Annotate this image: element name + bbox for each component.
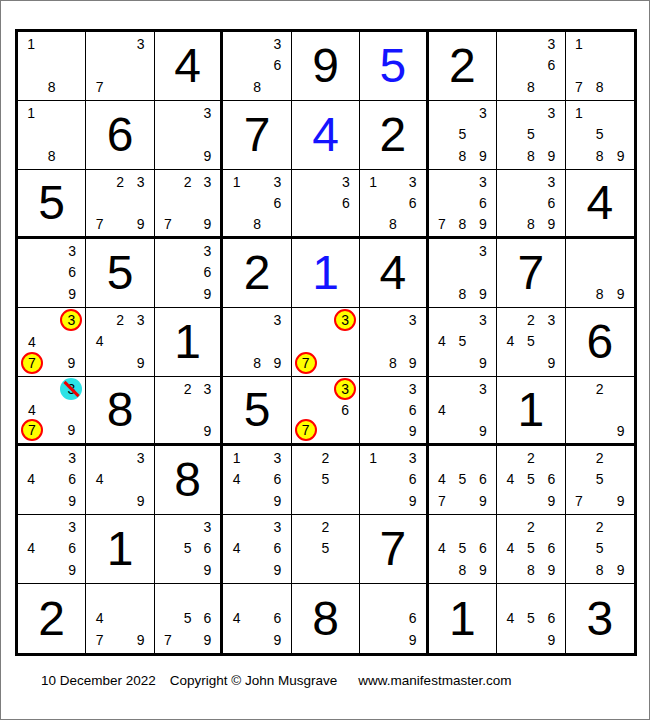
cell-r1c6[interactable]: 5	[360, 32, 428, 101]
candidate-digit: 9	[610, 283, 631, 305]
cell-r4c1[interactable]: 369	[18, 239, 86, 308]
candidate-digit: 2	[589, 516, 610, 538]
solved-digit: 2	[223, 239, 290, 307]
candidates: 2379	[89, 171, 150, 234]
candidate-digit: 6	[541, 607, 561, 629]
candidate-digit: 9	[130, 213, 150, 234]
cell-r6c7[interactable]: 349	[429, 377, 497, 446]
cell-r3c4[interactable]: 1368	[223, 170, 291, 239]
candidate-digit: 3	[403, 378, 423, 399]
candidate-digit: 6	[403, 607, 423, 629]
candidates: 3689	[500, 171, 561, 234]
candidate-digit: 8	[247, 352, 267, 374]
candidates: 3459	[432, 309, 493, 374]
candidate-digit: 7	[89, 76, 109, 98]
solved-digit: 5	[86, 239, 153, 307]
candidate-digit: 4	[226, 607, 246, 629]
cell-r9c2[interactable]: 479	[86, 584, 154, 653]
candidate-digit: 3	[198, 516, 218, 538]
candidate-digit: 3	[473, 240, 493, 262]
candidate-digit: 8	[41, 145, 61, 167]
candidate-digit: 1	[226, 447, 246, 469]
candidate-digit: 9	[473, 213, 493, 234]
candidate-digit: 3	[403, 171, 423, 192]
candidates: 39	[158, 102, 217, 167]
footer-copyright: Copyright © John Musgrave	[170, 673, 338, 688]
cell-r8c1[interactable]: 3469	[18, 515, 86, 584]
candidate-digit: 1	[363, 171, 383, 192]
candidate-digit: 6	[62, 469, 82, 491]
solved-digit: 6	[566, 308, 634, 376]
candidates: 45689	[432, 516, 493, 581]
candidate-digit: 1	[569, 102, 590, 124]
cell-r3c5[interactable]: 36	[292, 170, 360, 239]
candidate-digit: 3	[334, 309, 356, 331]
cell-r2c3[interactable]: 39	[155, 101, 223, 170]
solved-digit: 1	[292, 239, 359, 307]
candidate-digit: 6	[541, 192, 561, 213]
candidates: 245689	[500, 516, 561, 581]
cell-r6c8[interactable]: 1	[497, 377, 565, 446]
cell-r2c1[interactable]: 18	[18, 101, 86, 170]
candidate-digit: 5	[589, 469, 610, 491]
candidate-digit: 9	[541, 559, 561, 581]
cell-r8c4[interactable]: 3469	[223, 515, 291, 584]
cell-r6c9[interactable]: 29	[566, 377, 634, 446]
candidate-digit: 3	[130, 33, 150, 55]
cell-r7c4[interactable]: 13469	[223, 446, 291, 515]
candidates: 3479	[21, 309, 82, 374]
cell-r3c3[interactable]: 2379	[155, 170, 223, 239]
candidate-digit: 8	[452, 283, 472, 305]
candidates: 1368	[363, 171, 422, 234]
candidate-digit: 6	[198, 538, 218, 560]
candidate-digit: 3	[473, 102, 493, 124]
cell-r4c7[interactable]: 389	[429, 239, 497, 308]
candidate-digit: 3	[62, 447, 82, 469]
candidate-digit: 7	[432, 213, 452, 234]
candidate-digit: 6	[403, 469, 423, 491]
cell-r7c2[interactable]: 349	[86, 446, 154, 515]
candidates: 239	[158, 378, 217, 441]
cell-r9c5[interactable]: 8	[292, 584, 360, 653]
candidate-digit: 8	[383, 352, 403, 374]
cell-r1c9[interactable]: 178	[566, 32, 634, 101]
candidate-digit: 8	[589, 76, 610, 98]
cell-r7c3[interactable]: 8	[155, 446, 223, 515]
eliminated-candidate: 3	[60, 378, 82, 400]
candidate-digit: 2	[521, 447, 541, 469]
page: 1837436895236817818639742358935891589523…	[0, 0, 650, 720]
candidates: 178	[569, 33, 631, 98]
candidate-digit: 6	[541, 469, 561, 491]
candidate-digit: 8	[247, 76, 267, 98]
solved-digit: 6	[86, 101, 153, 169]
candidate-digit: 9	[198, 559, 218, 581]
candidate-digit: 9	[541, 490, 561, 512]
candidate-digit: 7	[158, 629, 178, 651]
candidate-digit: 6	[267, 469, 287, 491]
candidate-digit: 3	[198, 378, 218, 399]
candidate-digit: 5	[452, 331, 472, 353]
candidate-digit: 7	[569, 76, 590, 98]
candidates: 2349	[89, 309, 150, 374]
cell-r2c8[interactable]: 3589	[497, 101, 565, 170]
candidate-digit: 6	[473, 469, 493, 491]
candidate-digit: 8	[589, 559, 610, 581]
candidates: 479	[89, 585, 150, 651]
cell-r2c7[interactable]: 3589	[429, 101, 497, 170]
candidate-digit: 9	[198, 420, 218, 441]
candidate-digit: 6	[334, 400, 356, 419]
candidate-digit: 3	[60, 378, 82, 400]
candidates: 1368	[226, 171, 287, 234]
candidate-digit: 6	[473, 538, 493, 560]
cell-r4c4[interactable]: 2	[223, 239, 291, 308]
candidate-digit: 7	[432, 490, 452, 512]
candidates: 369	[21, 240, 82, 305]
candidates: 368	[500, 33, 561, 98]
candidates: 369	[158, 240, 217, 305]
candidate-digit: 8	[41, 76, 61, 98]
candidate-digit: 3	[336, 171, 356, 192]
cell-r3c6[interactable]: 1368	[360, 170, 428, 239]
candidate-digit: 4	[226, 538, 246, 560]
candidates: 2379	[158, 171, 217, 234]
candidate-digit: 3	[541, 309, 561, 331]
solved-digit: 7	[223, 101, 290, 169]
candidate-digit: 2	[521, 309, 541, 331]
candidates: 2579	[569, 447, 631, 512]
candidates: 18	[21, 102, 82, 167]
cell-r4c6[interactable]: 4	[360, 239, 428, 308]
candidate-digit: 3	[198, 171, 218, 192]
cell-r9c9[interactable]: 3	[566, 584, 634, 653]
sudoku-board: 1837436895236817818639742358935891589523…	[15, 29, 637, 656]
cell-r1c2[interactable]: 37	[86, 32, 154, 101]
candidate-digit: 3	[541, 171, 561, 192]
candidate-digit: 4	[226, 469, 246, 491]
candidate-digit: 3	[130, 447, 150, 469]
candidate-digit: 9	[130, 352, 150, 374]
candidates: 3469	[226, 516, 287, 581]
candidate-digit: 3	[267, 171, 287, 192]
candidate-digit: 4	[500, 538, 520, 560]
cell-r4c2[interactable]: 5	[86, 239, 154, 308]
candidate-digit: 6	[267, 607, 287, 629]
candidate-digit: 2	[315, 447, 335, 469]
cell-r2c2[interactable]: 6	[86, 101, 154, 170]
candidate-digit: 6	[62, 538, 82, 560]
candidate-digit: 9	[541, 145, 561, 167]
cell-r9c4[interactable]: 469	[223, 584, 291, 653]
candidate-digit: 3	[541, 102, 561, 124]
candidates: 29	[569, 378, 631, 441]
cell-r8c8[interactable]: 245689	[497, 515, 565, 584]
candidate-digit: 2	[589, 378, 610, 399]
candidate-digit: 9	[198, 629, 218, 651]
cell-r5c5[interactable]: 37	[292, 308, 360, 377]
solved-digit: 8	[292, 584, 359, 653]
candidates: 3469	[21, 516, 82, 581]
candidate-digit: 8	[521, 213, 541, 234]
cell-r2c6[interactable]: 2	[360, 101, 428, 170]
candidates: 389	[226, 309, 287, 374]
candidate-digit: 9	[473, 145, 493, 167]
candidates: 5679	[158, 585, 217, 651]
cell-r1c4[interactable]: 368	[223, 32, 291, 101]
candidate-digit: 6	[62, 262, 82, 284]
candidate-digit: 5	[452, 124, 472, 146]
cell-r5c2[interactable]: 2349	[86, 308, 154, 377]
candidate-digit: 4	[21, 400, 43, 419]
cell-r2c5[interactable]: 4	[292, 101, 360, 170]
cell-r6c3[interactable]: 239	[155, 377, 223, 446]
candidate-digit: 7	[295, 352, 317, 374]
cell-r1c1[interactable]: 18	[18, 32, 86, 101]
cell-r5c1[interactable]: 3479	[18, 308, 86, 377]
candidates: 1369	[363, 447, 422, 512]
cell-r8c6[interactable]: 7	[360, 515, 428, 584]
cell-r1c3[interactable]: 4	[155, 32, 223, 101]
cell-r3c7[interactable]: 36789	[429, 170, 497, 239]
candidate-digit: 6	[473, 192, 493, 213]
candidate-digit: 3	[267, 516, 287, 538]
candidates: 13469	[226, 447, 287, 512]
highlighted-candidate: 7	[21, 419, 43, 441]
highlighted-candidate: 3	[60, 309, 82, 331]
cell-r4c5[interactable]: 1	[292, 239, 360, 308]
candidate-digit: 9	[610, 420, 631, 441]
candidate-digit: 5	[315, 538, 335, 560]
cell-r1c7[interactable]: 2	[429, 32, 497, 101]
candidates: 3569	[158, 516, 217, 581]
solved-digit: 7	[497, 239, 564, 307]
cell-r5c6[interactable]: 389	[360, 308, 428, 377]
solved-digit: 5	[360, 32, 425, 100]
solved-digit: 4	[566, 170, 634, 236]
candidates: 37	[89, 33, 150, 98]
solved-digit: 4	[360, 239, 425, 307]
cell-r1c5[interactable]: 9	[292, 32, 360, 101]
candidate-digit: 8	[589, 283, 610, 305]
candidate-digit: 6	[336, 192, 356, 213]
cell-r9c7[interactable]: 1	[429, 584, 497, 653]
candidate-digit: 3	[403, 447, 423, 469]
candidate-digit: 2	[315, 516, 335, 538]
cell-r6c1[interactable]: 3479	[18, 377, 86, 446]
candidate-digit: 3	[62, 516, 82, 538]
candidate-digit: 6	[403, 192, 423, 213]
candidate-digit: 1	[226, 171, 246, 192]
candidate-digit: 2	[110, 171, 130, 192]
candidates: 37	[295, 309, 356, 374]
candidate-digit: 5	[452, 538, 472, 560]
highlighted-candidate: 7	[21, 352, 43, 374]
highlighted-candidate: 3	[334, 309, 356, 331]
highlighted-candidate: 7	[295, 352, 317, 374]
candidates: 18	[21, 33, 82, 98]
footer: 10 December 2022Copyright © John Musgrav…	[41, 671, 511, 691]
solved-digit: 8	[86, 377, 153, 443]
cell-r9c3[interactable]: 5679	[155, 584, 223, 653]
candidates: 1589	[569, 102, 631, 167]
candidate-digit: 4	[89, 331, 109, 353]
candidate-digit: 3	[473, 309, 493, 331]
solved-digit: 4	[155, 32, 220, 100]
candidates: 389	[432, 240, 493, 305]
cell-r3c8[interactable]: 3689	[497, 170, 565, 239]
candidate-digit: 3	[62, 240, 82, 262]
candidates: 36789	[432, 171, 493, 234]
cell-r9c1[interactable]: 2	[18, 584, 86, 653]
cell-r2c4[interactable]: 7	[223, 101, 291, 170]
candidates: 3469	[21, 447, 82, 512]
cell-r7c7[interactable]: 45679	[429, 446, 497, 515]
candidate-digit: 4	[21, 469, 41, 491]
candidate-digit: 9	[403, 490, 423, 512]
candidate-digit: 9	[473, 490, 493, 512]
candidate-digit: 9	[267, 352, 287, 374]
candidate-digit: 9	[473, 420, 493, 441]
candidates: 25	[295, 447, 356, 512]
candidates: 69	[363, 585, 422, 651]
candidate-digit: 5	[521, 469, 541, 491]
candidate-digit: 3	[198, 102, 218, 124]
candidates: 389	[363, 309, 422, 374]
candidate-digit: 7	[21, 352, 43, 374]
cell-r4c3[interactable]: 369	[155, 239, 223, 308]
cell-r5c9[interactable]: 6	[566, 308, 634, 377]
candidate-digit: 1	[21, 33, 41, 55]
candidate-digit: 4	[432, 331, 452, 353]
candidate-digit: 9	[473, 283, 493, 305]
candidate-digit: 3	[473, 378, 493, 399]
candidate-digit: 5	[521, 124, 541, 146]
candidate-digit: 6	[541, 55, 561, 77]
cell-r3c9[interactable]: 4	[566, 170, 634, 239]
candidate-digit: 4	[500, 331, 520, 353]
solved-digit: 1	[155, 308, 220, 376]
candidate-digit: 2	[110, 309, 130, 331]
candidate-digit: 6	[198, 607, 218, 629]
cell-r5c7[interactable]: 3459	[429, 308, 497, 377]
candidate-digit: 5	[521, 538, 541, 560]
candidate-digit: 5	[315, 469, 335, 491]
candidate-digit: 9	[541, 629, 561, 651]
candidate-digit: 9	[62, 490, 82, 512]
candidate-digit: 5	[178, 538, 198, 560]
solved-digit: 1	[86, 515, 153, 583]
candidate-digit: 8	[452, 559, 472, 581]
candidates: 349	[89, 447, 150, 512]
candidate-digit: 6	[198, 262, 218, 284]
cell-r7c9[interactable]: 2579	[566, 446, 634, 515]
candidates: 369	[363, 378, 422, 441]
candidate-digit: 3	[60, 309, 82, 331]
cell-r8c3[interactable]: 3569	[155, 515, 223, 584]
candidate-digit: 3	[198, 240, 218, 262]
cell-r5c3[interactable]: 1	[155, 308, 223, 377]
candidate-digit: 2	[178, 378, 198, 399]
candidate-digit: 2	[521, 516, 541, 538]
cell-r4c8[interactable]: 7	[497, 239, 565, 308]
cell-r7c8[interactable]: 24569	[497, 446, 565, 515]
candidate-digit: 5	[521, 331, 541, 353]
cell-r4c9[interactable]: 89	[566, 239, 634, 308]
candidate-digit: 9	[610, 490, 631, 512]
candidates: 3589	[500, 102, 561, 167]
candidate-digit: 9	[62, 559, 82, 581]
cell-r9c6[interactable]: 69	[360, 584, 428, 653]
candidates: 349	[432, 378, 493, 441]
candidates: 24569	[500, 447, 561, 512]
candidate-digit: 8	[589, 145, 610, 167]
cell-r6c2[interactable]: 8	[86, 377, 154, 446]
candidate-digit: 5	[589, 124, 610, 146]
cell-r7c5[interactable]: 25	[292, 446, 360, 515]
candidate-digit: 1	[21, 102, 41, 124]
solved-digit: 7	[360, 515, 425, 583]
candidate-digit: 9	[473, 352, 493, 374]
cell-r5c4[interactable]: 389	[223, 308, 291, 377]
cell-r3c1[interactable]: 5	[18, 170, 86, 239]
cell-r6c5[interactable]: 367	[292, 377, 360, 446]
candidate-digit: 5	[521, 607, 541, 629]
candidate-digit: 9	[198, 213, 218, 234]
cell-r5c8[interactable]: 23459	[497, 308, 565, 377]
candidates: 368	[226, 33, 287, 98]
cell-r8c2[interactable]: 1	[86, 515, 154, 584]
solved-digit: 5	[18, 170, 85, 236]
candidate-digit: 3	[267, 309, 287, 331]
solved-digit: 4	[292, 101, 359, 169]
candidate-digit: 9	[403, 629, 423, 651]
candidate-digit: 9	[610, 145, 631, 167]
cell-r8c9[interactable]: 2589	[566, 515, 634, 584]
cell-r3c2[interactable]: 2379	[86, 170, 154, 239]
candidate-digit: 9	[62, 283, 82, 305]
solved-digit: 2	[360, 101, 425, 169]
cell-r7c6[interactable]: 1369	[360, 446, 428, 515]
cell-r8c5[interactable]: 25	[292, 515, 360, 584]
footer-website-link[interactable]: www.manifestmaster.com	[358, 673, 511, 688]
cell-r6c6[interactable]: 369	[360, 377, 428, 446]
candidate-digit: 9	[541, 352, 561, 374]
candidate-digit: 7	[295, 419, 317, 441]
candidate-digit: 8	[247, 213, 267, 234]
solved-digit: 8	[155, 446, 220, 514]
candidate-digit: 3	[267, 33, 287, 55]
candidate-digit: 7	[158, 213, 178, 234]
candidate-digit: 9	[60, 419, 82, 441]
candidate-digit: 9	[403, 420, 423, 441]
cell-r1c8[interactable]: 368	[497, 32, 565, 101]
cell-r2c9[interactable]: 1589	[566, 101, 634, 170]
candidate-digit: 9	[130, 629, 150, 651]
cell-r6c4[interactable]: 5	[223, 377, 291, 446]
cell-r9c8[interactable]: 4569	[497, 584, 565, 653]
candidate-digit: 6	[267, 192, 287, 213]
cell-r7c1[interactable]: 3469	[18, 446, 86, 515]
candidate-digit: 6	[267, 55, 287, 77]
candidates: 36	[295, 171, 356, 234]
candidate-digit: 8	[521, 145, 541, 167]
candidate-digit: 8	[452, 145, 472, 167]
cell-r8c7[interactable]: 45689	[429, 515, 497, 584]
candidate-digit: 4	[432, 538, 452, 560]
candidate-digit: 4	[432, 469, 452, 491]
